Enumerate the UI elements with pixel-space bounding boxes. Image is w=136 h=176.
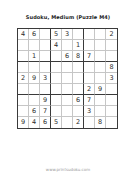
cell-r4c7 <box>84 62 95 73</box>
cell-r8c6 <box>73 106 84 117</box>
cell-r4c1 <box>18 62 29 73</box>
cell-r9c6: 2 <box>73 117 84 128</box>
cell-r2c7 <box>84 40 95 51</box>
cell-r6c1 <box>18 84 29 95</box>
cell-r3c9 <box>106 51 117 62</box>
cell-r4c5 <box>62 62 73 73</box>
cell-r7c1 <box>18 95 29 106</box>
cell-r6c3 <box>40 84 51 95</box>
cell-r1c5: 3 <box>62 29 73 40</box>
cell-r3c8 <box>95 51 106 62</box>
page-title: Sudoku, Medium (Puzzle M4) <box>0 14 136 20</box>
cell-r5c4 <box>51 73 62 84</box>
cell-r8c8 <box>95 106 106 117</box>
footer-url: www.printsudoku.com <box>0 167 136 172</box>
cell-r7c6: 6 <box>73 95 84 106</box>
cell-r3c2: 1 <box>29 51 40 62</box>
cell-r1c8 <box>95 29 106 40</box>
cell-r6c5 <box>62 84 73 95</box>
cell-r4c8 <box>95 62 106 73</box>
cell-r8c9 <box>106 106 117 117</box>
cell-r7c8 <box>95 95 106 106</box>
cell-r3c7: 7 <box>84 51 95 62</box>
sudoku-board: 465324116878293329967673946528 <box>17 28 118 129</box>
cell-r2c2 <box>29 40 40 51</box>
cell-r2c4: 4 <box>51 40 62 51</box>
cell-r4c9: 8 <box>106 62 117 73</box>
cell-r5c3: 3 <box>40 73 51 84</box>
cell-r8c5 <box>62 106 73 117</box>
cell-r5c6 <box>73 73 84 84</box>
cell-r3c4 <box>51 51 62 62</box>
cell-r1c3 <box>40 29 51 40</box>
cell-r2c1 <box>18 40 29 51</box>
cell-r2c6: 1 <box>73 40 84 51</box>
cell-r9c5 <box>62 117 73 128</box>
cell-r7c5 <box>62 95 73 106</box>
cell-r1c7 <box>84 29 95 40</box>
cell-r9c9 <box>106 117 117 128</box>
cell-r7c9 <box>106 95 117 106</box>
cell-r6c4 <box>51 84 62 95</box>
cell-r3c1 <box>18 51 29 62</box>
cell-r4c4 <box>51 62 62 73</box>
cell-r1c6 <box>73 29 84 40</box>
cell-r8c7: 3 <box>84 106 95 117</box>
cell-r7c7: 7 <box>84 95 95 106</box>
cell-r2c3 <box>40 40 51 51</box>
cell-r6c7: 2 <box>84 84 95 95</box>
cell-r6c6 <box>73 84 84 95</box>
cell-r8c4 <box>51 106 62 117</box>
cell-r5c7 <box>84 73 95 84</box>
cell-r5c8 <box>95 73 106 84</box>
cell-r4c2 <box>29 62 40 73</box>
cell-r7c4 <box>51 95 62 106</box>
cell-r2c8 <box>95 40 106 51</box>
cell-r1c2: 6 <box>29 29 40 40</box>
cell-r9c3: 6 <box>40 117 51 128</box>
cell-r2c5 <box>62 40 73 51</box>
cell-r4c6 <box>73 62 84 73</box>
cell-r3c5: 6 <box>62 51 73 62</box>
cell-r6c8: 9 <box>95 84 106 95</box>
cell-r1c1: 4 <box>18 29 29 40</box>
cell-r1c4: 5 <box>51 29 62 40</box>
cell-r5c1: 2 <box>18 73 29 84</box>
cell-r3c3 <box>40 51 51 62</box>
cell-r7c2 <box>29 95 40 106</box>
cell-r9c1: 9 <box>18 117 29 128</box>
cell-r9c8: 8 <box>95 117 106 128</box>
cell-r8c1 <box>18 106 29 117</box>
cell-r4c3 <box>40 62 51 73</box>
cell-r1c9: 2 <box>106 29 117 40</box>
cell-r7c3: 9 <box>40 95 51 106</box>
cell-r9c2: 4 <box>29 117 40 128</box>
cell-r6c2 <box>29 84 40 95</box>
cell-r5c2: 9 <box>29 73 40 84</box>
cell-r8c2: 6 <box>29 106 40 117</box>
cell-r2c9 <box>106 40 117 51</box>
cell-r8c3: 7 <box>40 106 51 117</box>
cell-r9c7 <box>84 117 95 128</box>
cell-r9c4: 5 <box>51 117 62 128</box>
cell-r5c9: 3 <box>106 73 117 84</box>
cell-r6c9 <box>106 84 117 95</box>
cell-r3c6: 8 <box>73 51 84 62</box>
cell-r5c5 <box>62 73 73 84</box>
